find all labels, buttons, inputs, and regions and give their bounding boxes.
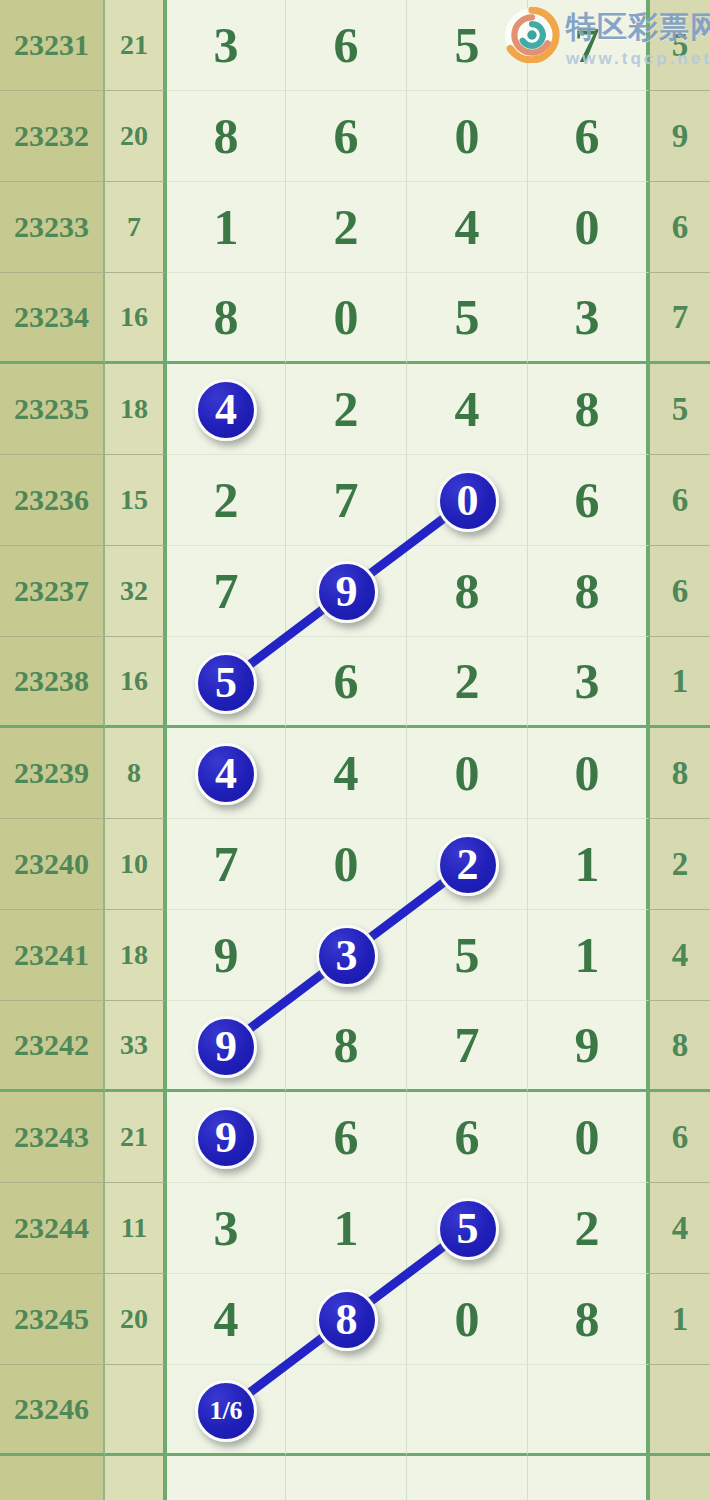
cell-tail: 6 <box>650 455 710 546</box>
cell-tail <box>650 1365 710 1456</box>
cell-empty <box>650 1456 710 1500</box>
cell-empty <box>0 1456 105 1500</box>
cell-digit: 8 <box>167 273 286 364</box>
cell-digit: 4 <box>407 182 528 273</box>
cell-tail: 4 <box>650 1183 710 1274</box>
circled-number: 4 <box>195 379 257 441</box>
circled-number: 8 <box>316 1289 378 1351</box>
circled-number: 3 <box>316 925 378 987</box>
cell-digit: 2 <box>407 637 528 728</box>
cell-period: 23236 <box>0 455 105 546</box>
cell-digit: 8 <box>407 546 528 637</box>
cell-period: 23244 <box>0 1183 105 1274</box>
cell-digit: 4 <box>167 1274 286 1365</box>
cell-period: 23239 <box>0 728 105 819</box>
cell-tail: 6 <box>650 1092 710 1183</box>
cell-period: 23245 <box>0 1274 105 1365</box>
cell-digit: 0 <box>286 273 407 364</box>
cell-digit: 5 <box>407 910 528 1001</box>
cell-period: 23240 <box>0 819 105 910</box>
cell-empty <box>286 1456 407 1500</box>
cell-digit <box>286 1365 407 1456</box>
cell-digit <box>407 1365 528 1456</box>
cell-digit: 2 <box>286 364 407 455</box>
cell-miss: 8 <box>105 728 167 819</box>
cell-digit: 0 <box>407 91 528 182</box>
cell-miss: 18 <box>105 910 167 1001</box>
cell-tail: 8 <box>650 1001 710 1092</box>
cell-digit: 6 <box>286 91 407 182</box>
cell-digit: 7 <box>528 0 650 91</box>
cell-miss: 18 <box>105 364 167 455</box>
cell-period: 23243 <box>0 1092 105 1183</box>
circled-number: 4 <box>195 743 257 805</box>
cell-period: 23231 <box>0 0 105 91</box>
cell-digit: 6 <box>286 1092 407 1183</box>
cell-miss: 15 <box>105 455 167 546</box>
circled-number: 5 <box>437 1198 499 1260</box>
trend-chart-grid: 2323121365752323220860692323371240623234… <box>0 0 710 1500</box>
cell-digit: 3 <box>167 1183 286 1274</box>
cell-tail: 2 <box>650 819 710 910</box>
cell-digit: 6 <box>286 0 407 91</box>
cell-period: 23246 <box>0 1365 105 1456</box>
cell-digit: 9 <box>167 910 286 1001</box>
cell-miss: 20 <box>105 1274 167 1365</box>
cell-digit: 3 <box>167 0 286 91</box>
cell-miss: 32 <box>105 546 167 637</box>
cell-miss: 7 <box>105 182 167 273</box>
circled-number: 9 <box>316 561 378 623</box>
cell-digit: 4 <box>286 728 407 819</box>
cell-digit: 0 <box>286 819 407 910</box>
cell-digit <box>528 1365 650 1456</box>
cell-period: 23233 <box>0 182 105 273</box>
cell-digit: 5 <box>407 273 528 364</box>
cell-miss: 16 <box>105 637 167 728</box>
cell-tail: 8 <box>650 728 710 819</box>
cell-tail: 5 <box>650 364 710 455</box>
circled-number: 0 <box>437 470 499 532</box>
circled-number: 1/6 <box>195 1380 257 1442</box>
cell-tail: 5 <box>650 0 710 91</box>
cell-digit: 5 <box>407 0 528 91</box>
cell-digit: 1 <box>528 819 650 910</box>
cell-period: 23241 <box>0 910 105 1001</box>
cell-miss: 33 <box>105 1001 167 1092</box>
cell-digit: 6 <box>528 91 650 182</box>
cell-miss: 16 <box>105 273 167 364</box>
cell-digit: 6 <box>407 1092 528 1183</box>
cell-empty <box>528 1456 650 1500</box>
cell-tail: 1 <box>650 637 710 728</box>
cell-miss: 11 <box>105 1183 167 1274</box>
cell-period: 23234 <box>0 273 105 364</box>
cell-miss: 10 <box>105 819 167 910</box>
cell-digit: 4 <box>407 364 528 455</box>
cell-digit: 3 <box>528 637 650 728</box>
cell-digit: 7 <box>286 455 407 546</box>
cell-digit: 9 <box>528 1001 650 1092</box>
cell-empty <box>167 1456 286 1500</box>
cell-digit: 1 <box>286 1183 407 1274</box>
cell-digit: 1 <box>528 910 650 1001</box>
cell-miss: 20 <box>105 91 167 182</box>
cell-digit: 2 <box>286 182 407 273</box>
circled-number: 2 <box>437 834 499 896</box>
cell-miss: 21 <box>105 1092 167 1183</box>
cell-tail: 1 <box>650 1274 710 1365</box>
cell-period: 23232 <box>0 91 105 182</box>
circled-number: 9 <box>195 1016 257 1078</box>
cell-digit: 0 <box>528 182 650 273</box>
cell-empty <box>407 1456 528 1500</box>
cell-digit: 0 <box>528 728 650 819</box>
circled-number: 9 <box>195 1107 257 1169</box>
trend-chart-board: 2323121365752323220860692323371240623234… <box>0 0 710 1500</box>
cell-digit: 8 <box>528 1274 650 1365</box>
cell-digit: 0 <box>407 728 528 819</box>
cell-tail: 9 <box>650 91 710 182</box>
cell-digit: 1 <box>167 182 286 273</box>
cell-empty <box>105 1456 167 1500</box>
circled-number: 5 <box>195 652 257 714</box>
cell-digit: 8 <box>528 364 650 455</box>
cell-period: 23235 <box>0 364 105 455</box>
cell-digit: 7 <box>167 546 286 637</box>
cell-digit: 0 <box>407 1274 528 1365</box>
cell-digit: 2 <box>167 455 286 546</box>
cell-digit: 7 <box>407 1001 528 1092</box>
cell-miss: 21 <box>105 0 167 91</box>
cell-digit: 6 <box>528 455 650 546</box>
cell-period: 23238 <box>0 637 105 728</box>
cell-period: 23237 <box>0 546 105 637</box>
cell-digit: 2 <box>528 1183 650 1274</box>
cell-tail: 6 <box>650 182 710 273</box>
cell-digit: 8 <box>286 1001 407 1092</box>
cell-miss <box>105 1365 167 1456</box>
cell-period: 23242 <box>0 1001 105 1092</box>
cell-tail: 6 <box>650 546 710 637</box>
cell-tail: 4 <box>650 910 710 1001</box>
cell-digit: 8 <box>167 91 286 182</box>
cell-tail: 7 <box>650 273 710 364</box>
cell-digit: 6 <box>286 637 407 728</box>
cell-digit: 7 <box>167 819 286 910</box>
cell-digit: 8 <box>528 546 650 637</box>
cell-digit: 0 <box>528 1092 650 1183</box>
cell-digit: 3 <box>528 273 650 364</box>
